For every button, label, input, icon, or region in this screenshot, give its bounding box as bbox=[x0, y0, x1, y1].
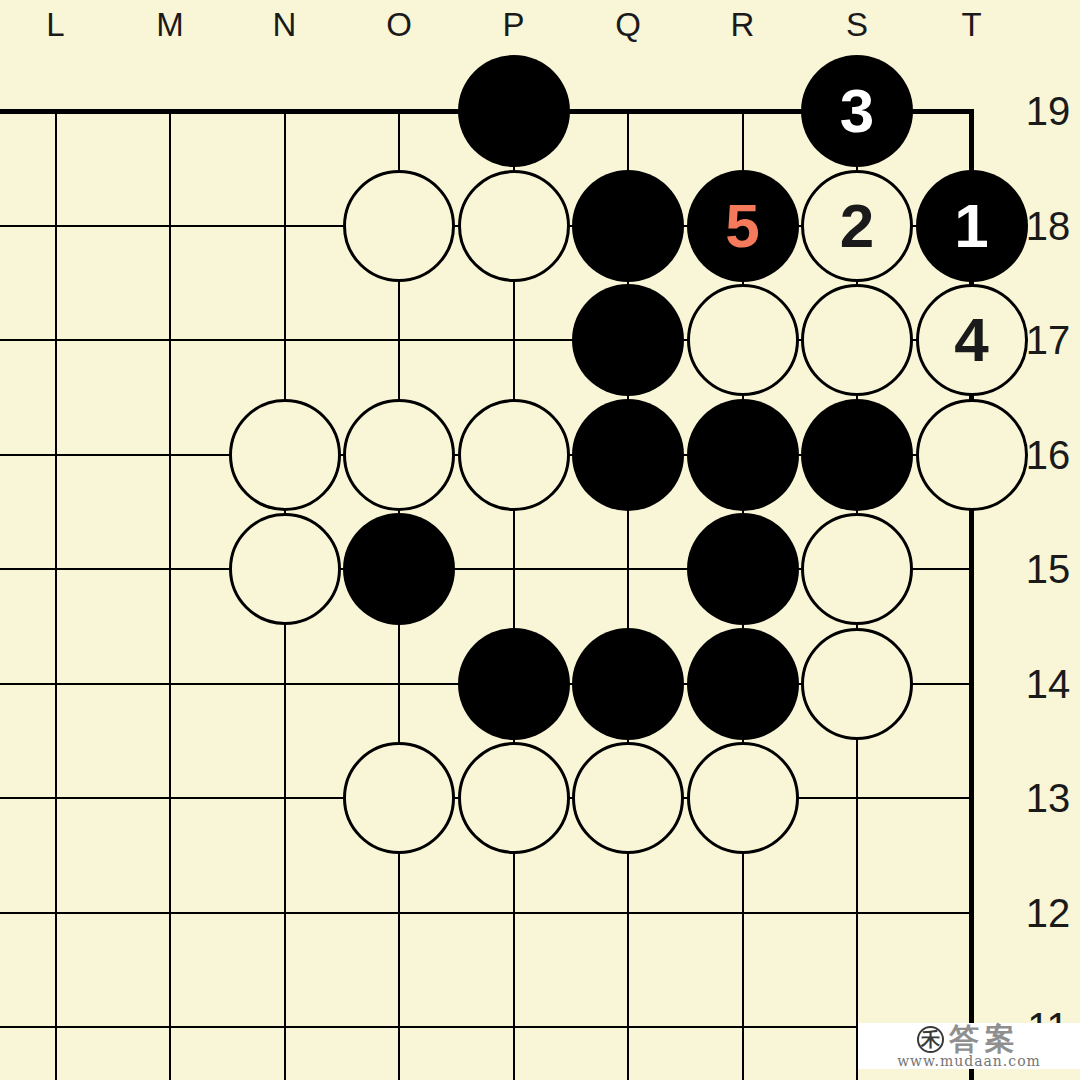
stone-P19 bbox=[458, 55, 570, 167]
column-label-N: N bbox=[255, 3, 315, 47]
stone-R16 bbox=[687, 399, 799, 511]
column-label-T: T bbox=[942, 3, 1002, 47]
stone-Q13 bbox=[572, 742, 684, 854]
go-board: 35214 LMNOPQRST 191817161514131211 禾 答案 … bbox=[0, 0, 1080, 1080]
stone-S17 bbox=[801, 284, 913, 396]
watermark: 禾 答案 www.mudaan.com bbox=[858, 1023, 1080, 1069]
column-label-Q: Q bbox=[598, 3, 658, 47]
column-label-P: P bbox=[484, 3, 544, 47]
stone-N16 bbox=[229, 399, 341, 511]
watermark-logo-icon: 禾 bbox=[917, 1026, 944, 1053]
move-number-5: 5 bbox=[725, 195, 759, 257]
stone-S19: 3 bbox=[801, 55, 913, 167]
stone-O13 bbox=[343, 742, 455, 854]
row-label-17: 17 bbox=[1020, 318, 1076, 362]
watermark-brand: 答案 bbox=[949, 1024, 1021, 1054]
row-label-15: 15 bbox=[1020, 547, 1076, 591]
grid-hline-11 bbox=[0, 1026, 974, 1028]
grid-hline-12 bbox=[0, 912, 974, 914]
column-label-R: R bbox=[713, 3, 773, 47]
row-label-16: 16 bbox=[1020, 433, 1076, 477]
column-label-O: O bbox=[369, 3, 429, 47]
stone-S18: 2 bbox=[801, 170, 913, 282]
stone-S14 bbox=[801, 628, 913, 740]
stone-T18: 1 bbox=[916, 170, 1028, 282]
stone-P16 bbox=[458, 399, 570, 511]
column-label-L: L bbox=[26, 3, 86, 47]
stone-P13 bbox=[458, 742, 570, 854]
row-label-12: 12 bbox=[1020, 891, 1076, 935]
stone-P14 bbox=[458, 628, 570, 740]
stone-O16 bbox=[343, 399, 455, 511]
watermark-brand-row: 禾 答案 bbox=[917, 1024, 1021, 1054]
stone-Q17 bbox=[572, 284, 684, 396]
stone-S16 bbox=[801, 399, 913, 511]
stone-R18: 5 bbox=[687, 170, 799, 282]
watermark-url: www.mudaan.com bbox=[897, 1054, 1041, 1068]
stone-O15 bbox=[343, 513, 455, 625]
move-number-1: 1 bbox=[954, 195, 988, 257]
grid-vline-M bbox=[169, 109, 171, 1080]
move-number-4: 4 bbox=[954, 309, 988, 371]
stone-S15 bbox=[801, 513, 913, 625]
stone-R14 bbox=[687, 628, 799, 740]
row-label-13: 13 bbox=[1020, 776, 1076, 820]
stone-Q16 bbox=[572, 399, 684, 511]
row-label-14: 14 bbox=[1020, 662, 1076, 706]
move-number-3: 3 bbox=[840, 80, 874, 142]
stone-Q14 bbox=[572, 628, 684, 740]
column-label-M: M bbox=[140, 3, 200, 47]
stone-R15 bbox=[687, 513, 799, 625]
stone-Q18 bbox=[572, 170, 684, 282]
row-label-19: 19 bbox=[1020, 89, 1076, 133]
stone-T17: 4 bbox=[916, 284, 1028, 396]
stone-P18 bbox=[458, 170, 570, 282]
stone-O18 bbox=[343, 170, 455, 282]
move-number-2: 2 bbox=[840, 195, 874, 257]
stone-T16 bbox=[916, 399, 1028, 511]
row-label-18: 18 bbox=[1020, 204, 1076, 248]
stone-R13 bbox=[687, 742, 799, 854]
column-label-S: S bbox=[827, 3, 887, 47]
stone-N15 bbox=[229, 513, 341, 625]
stone-R17 bbox=[687, 284, 799, 396]
grid-vline-L bbox=[55, 109, 57, 1080]
